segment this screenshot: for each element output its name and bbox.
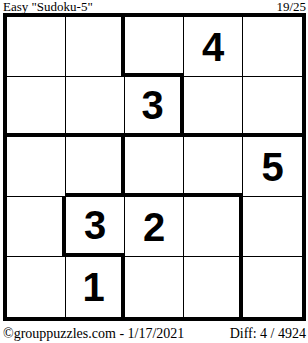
puzzle-counter: 19/25 [276,0,306,13]
cell-r3c2[interactable] [66,137,125,197]
cell-r3c4[interactable] [184,137,243,197]
puzzle-title: Easy "Sudoku-5" [3,0,93,13]
cell-r1c3[interactable] [125,17,184,77]
cell-r2c1[interactable] [7,77,66,137]
cell-r4c1[interactable] [7,197,66,257]
page-header: Easy "Sudoku-5" 19/25 [3,0,306,13]
sudoku-board: 435321 [3,13,306,321]
cell-r5c5[interactable] [243,257,302,317]
cell-r2c5[interactable] [243,77,302,137]
page-footer: ©grouppuzzles.com - 1/17/2021 Diff: 4 / … [3,326,306,342]
cell-r3c3[interactable] [125,137,184,197]
cell-r4c5[interactable] [243,197,302,257]
cell-r2c2[interactable] [66,77,125,137]
cell-r5c4[interactable] [184,257,243,317]
copyright-text: ©grouppuzzles.com - 1/17/2021 [3,326,184,342]
cell-r3c1[interactable] [7,137,66,197]
cell-r5c3[interactable] [125,257,184,317]
cell-r1c1[interactable] [7,17,66,77]
difficulty-text: Diff: 4 / 4924 [230,326,306,342]
cell-r3c5[interactable]: 5 [243,137,302,197]
cell-r5c1[interactable] [7,257,66,317]
puzzle-page: Easy "Sudoku-5" 19/25 435321 ©grouppuzzl… [0,0,308,343]
cell-r4c4[interactable] [184,197,243,257]
cell-r1c2[interactable] [66,17,125,77]
cell-r4c3[interactable]: 2 [125,197,184,257]
cell-r5c2[interactable]: 1 [66,257,125,317]
cell-r2c4[interactable] [184,77,243,137]
cell-r1c5[interactable] [243,17,302,77]
cell-r4c2[interactable]: 3 [66,197,125,257]
cell-r1c4[interactable]: 4 [184,17,243,77]
cell-r2c3[interactable]: 3 [125,77,184,137]
